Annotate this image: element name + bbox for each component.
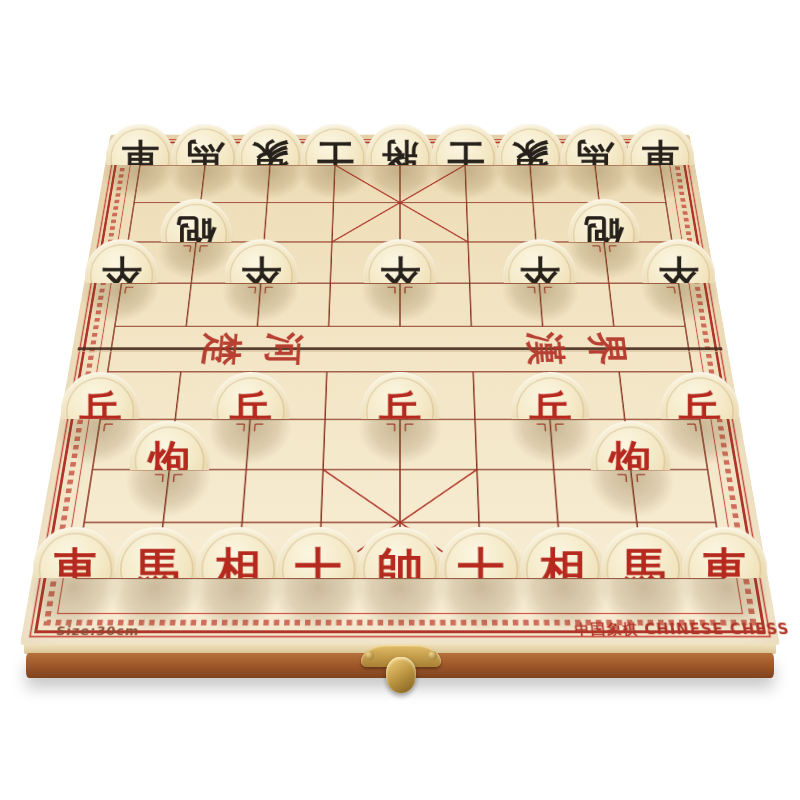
latch-screw-icon [428,651,437,660]
latch-screw-icon [365,651,374,660]
piece-disc: 相 [195,527,280,612]
piece-disc: 士 [276,527,361,612]
piece-disc: 帥 [357,527,442,612]
piece-red-兵[interactable]: 兵 [511,372,590,451]
piece-disc: 兵 [211,372,290,451]
piece-red-士[interactable]: 士 [276,527,361,612]
piece-disc: 兵 [361,372,440,451]
product-photo: 楚河 漢界 Size:30cm 中国象棋 CHINESE CHESS 車馬象士將… [0,0,800,800]
piece-red-帥[interactable]: 帥 [357,527,442,612]
brass-latch [357,641,445,701]
piece-disc: 兵 [660,372,739,451]
piece-red-兵[interactable]: 兵 [660,372,739,451]
piece-red-兵[interactable]: 兵 [361,372,440,451]
piece-red-相[interactable]: 相 [520,527,605,612]
piece-disc: 車 [33,527,118,612]
board-scene: 楚河 漢界 Size:30cm 中国象棋 CHINESE CHESS 車馬象士將… [20,0,780,645]
piece-disc: 馬 [114,527,199,612]
piece-disc: 相 [520,527,605,612]
latch-knob [386,657,416,693]
piece-disc: 兵 [61,372,140,451]
piece-disc: 車 [682,527,767,612]
piece-red-馬[interactable]: 馬 [114,527,199,612]
piece-red-馬[interactable]: 馬 [601,527,686,612]
piece-red-相[interactable]: 相 [195,527,280,612]
piece-red-士[interactable]: 士 [439,527,524,612]
piece-disc: 士 [439,527,524,612]
piece-red-兵[interactable]: 兵 [211,372,290,451]
piece-red-車[interactable]: 車 [682,527,767,612]
piece-red-兵[interactable]: 兵 [61,372,140,451]
piece-red-車[interactable]: 車 [33,527,118,612]
xiangqi-board: 楚河 漢界 Size:30cm 中国象棋 CHINESE CHESS 車馬象士將… [20,135,780,645]
piece-disc: 馬 [601,527,686,612]
pieces-layer: 車馬象士將士象馬車砲砲卒卒卒卒卒兵兵兵兵兵炮炮車馬相士帥士相馬車 [20,135,780,645]
piece-disc: 兵 [511,372,590,451]
